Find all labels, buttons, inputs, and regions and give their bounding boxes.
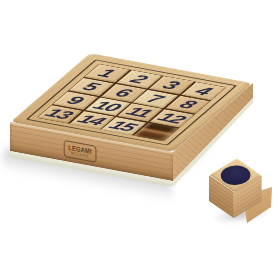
product-photo-wooden-15-puzzle: LEGAMI MILANO 1 2 3 4 5 6 7 8 9 10 11 12… [0,0,278,278]
brand-stamp: LEGAMI MILANO [64,140,97,163]
tile-grid: 1 2 3 4 5 6 7 8 9 10 11 12 13 14 15 [37,64,227,141]
